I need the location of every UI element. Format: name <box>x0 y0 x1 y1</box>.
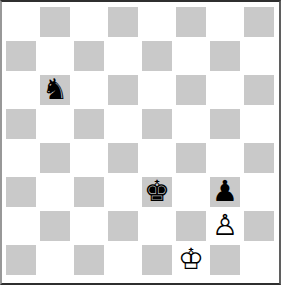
square-g2[interactable]: ♙ <box>208 209 242 243</box>
black-king-piece[interactable]: ♚ <box>144 177 170 206</box>
square-h7[interactable] <box>242 39 276 73</box>
square-a6[interactable] <box>4 73 38 107</box>
square-f1[interactable]: ♔ <box>174 243 208 277</box>
square-a2[interactable] <box>4 209 38 243</box>
square-e5[interactable] <box>140 107 174 141</box>
square-b1[interactable] <box>38 243 72 277</box>
square-f3[interactable] <box>174 175 208 209</box>
square-e7[interactable] <box>140 39 174 73</box>
square-d6[interactable] <box>106 73 140 107</box>
square-e1[interactable] <box>140 243 174 277</box>
square-h8[interactable] <box>242 5 276 39</box>
white-pawn-piece[interactable]: ♙ <box>212 211 238 240</box>
square-f7[interactable] <box>174 39 208 73</box>
square-d2[interactable] <box>106 209 140 243</box>
square-d5[interactable] <box>106 107 140 141</box>
square-g4[interactable] <box>208 141 242 175</box>
square-c6[interactable] <box>72 73 106 107</box>
square-d1[interactable] <box>106 243 140 277</box>
square-a1[interactable] <box>4 243 38 277</box>
square-c7[interactable] <box>72 39 106 73</box>
square-h5[interactable] <box>242 107 276 141</box>
board-frame: ♞♚♟♙♔ <box>0 0 281 285</box>
square-g8[interactable] <box>208 5 242 39</box>
square-e3[interactable]: ♚ <box>140 175 174 209</box>
square-b5[interactable] <box>38 107 72 141</box>
black-pawn-piece[interactable]: ♟ <box>212 177 238 206</box>
square-b4[interactable] <box>38 141 72 175</box>
chess-board: ♞♚♟♙♔ <box>4 5 276 277</box>
square-f4[interactable] <box>174 141 208 175</box>
square-b8[interactable] <box>38 5 72 39</box>
square-h4[interactable] <box>242 141 276 175</box>
square-f2[interactable] <box>174 209 208 243</box>
square-h1[interactable] <box>242 243 276 277</box>
white-king-piece[interactable]: ♔ <box>178 245 204 274</box>
square-h6[interactable] <box>242 73 276 107</box>
square-b7[interactable] <box>38 39 72 73</box>
square-b2[interactable] <box>38 209 72 243</box>
square-c4[interactable] <box>72 141 106 175</box>
square-g3[interactable]: ♟ <box>208 175 242 209</box>
square-d8[interactable] <box>106 5 140 39</box>
square-a5[interactable] <box>4 107 38 141</box>
square-f5[interactable] <box>174 107 208 141</box>
square-e6[interactable] <box>140 73 174 107</box>
square-c5[interactable] <box>72 107 106 141</box>
square-c1[interactable] <box>72 243 106 277</box>
square-f6[interactable] <box>174 73 208 107</box>
black-knight-piece[interactable]: ♞ <box>42 75 68 104</box>
square-a8[interactable] <box>4 5 38 39</box>
square-b6[interactable]: ♞ <box>38 73 72 107</box>
square-e2[interactable] <box>140 209 174 243</box>
square-d4[interactable] <box>106 141 140 175</box>
square-c3[interactable] <box>72 175 106 209</box>
square-h2[interactable] <box>242 209 276 243</box>
square-a4[interactable] <box>4 141 38 175</box>
square-b3[interactable] <box>38 175 72 209</box>
square-g7[interactable] <box>208 39 242 73</box>
square-e4[interactable] <box>140 141 174 175</box>
square-c2[interactable] <box>72 209 106 243</box>
square-d3[interactable] <box>106 175 140 209</box>
square-g5[interactable] <box>208 107 242 141</box>
square-a3[interactable] <box>4 175 38 209</box>
square-g6[interactable] <box>208 73 242 107</box>
square-d7[interactable] <box>106 39 140 73</box>
square-f8[interactable] <box>174 5 208 39</box>
square-a7[interactable] <box>4 39 38 73</box>
square-g1[interactable] <box>208 243 242 277</box>
square-h3[interactable] <box>242 175 276 209</box>
square-e8[interactable] <box>140 5 174 39</box>
square-c8[interactable] <box>72 5 106 39</box>
